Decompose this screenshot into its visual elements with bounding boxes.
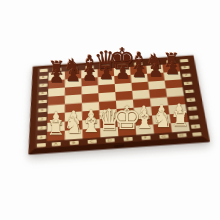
rank-label-8: 8 <box>39 75 47 79</box>
file-label-b: B <box>69 67 77 71</box>
rank-label-6: 6 <box>38 91 46 95</box>
frame-cell: H <box>172 131 191 139</box>
product-photo: ABCDEFGH8877665544332211ABCDEFGH ♜♞♝♛♚♝♞… <box>0 0 220 220</box>
frame-cell <box>35 141 47 148</box>
frame-cell: E <box>118 135 136 143</box>
corner-tile <box>36 143 45 147</box>
rank-label-2: 2 <box>189 115 198 119</box>
file-label-c: C <box>87 139 96 143</box>
file-label-a: A <box>53 68 61 72</box>
rank-label-7: 7 <box>39 83 47 87</box>
file-label-a: A <box>51 142 60 146</box>
rank-label-8: 8 <box>180 65 189 69</box>
rank-label-1: 1 <box>37 135 46 139</box>
file-label-d: D <box>105 138 114 142</box>
file-label-f: F <box>141 135 150 139</box>
file-label-d: D <box>101 64 109 68</box>
file-label-h: H <box>177 133 187 137</box>
corner-tile <box>179 59 188 63</box>
rank-label-3: 3 <box>187 106 196 110</box>
corner-tile <box>39 69 47 73</box>
file-label-h: H <box>166 60 175 64</box>
file-label-e: E <box>117 63 125 67</box>
board-perspective-wrapper: ABCDEFGH8877665544332211ABCDEFGH <box>20 4 212 200</box>
rank-label-5: 5 <box>184 89 193 93</box>
rank-label-6: 6 <box>183 81 192 85</box>
frame-cell: A <box>47 140 65 148</box>
rank-label-3: 3 <box>37 117 46 121</box>
board-scene: ABCDEFGH8877665544332211ABCDEFGH <box>20 4 212 200</box>
rank-label-5: 5 <box>38 100 47 104</box>
file-label-b: B <box>69 140 78 144</box>
frame-cell: C <box>83 138 101 146</box>
file-label-g: G <box>150 61 158 65</box>
file-label-e: E <box>123 137 132 141</box>
file-label-c: C <box>85 66 93 70</box>
frame-cell: B <box>65 139 83 147</box>
corner-tile <box>192 132 202 136</box>
rank-label-4: 4 <box>38 108 47 112</box>
clasp-icon <box>114 144 124 147</box>
chess-board: ABCDEFGH8877665544332211ABCDEFGH <box>28 55 210 154</box>
rank-label-1: 1 <box>190 124 200 128</box>
rank-label-2: 2 <box>37 126 46 130</box>
frame-cell: D <box>101 136 119 144</box>
file-label-f: F <box>134 62 142 66</box>
rank-label-7: 7 <box>182 73 191 77</box>
rank-label-4: 4 <box>186 98 195 102</box>
frame-cell: G <box>154 133 173 141</box>
frame-cell <box>190 130 203 137</box>
file-label-g: G <box>159 134 168 138</box>
frame-cell: F <box>136 134 155 142</box>
